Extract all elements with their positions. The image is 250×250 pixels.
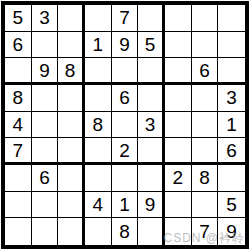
cell-r6c2[interactable]: [32, 138, 59, 165]
cell-r5c9: 1: [218, 112, 245, 139]
cell-r3c1[interactable]: [5, 58, 32, 85]
cell-r4c7[interactable]: [165, 85, 192, 112]
cell-r2c7[interactable]: [165, 32, 192, 59]
cell-r4c2[interactable]: [32, 85, 59, 112]
cell-r9c2[interactable]: [32, 218, 59, 245]
cell-r4c4[interactable]: [85, 85, 112, 112]
cell-r4c1: 8: [5, 85, 32, 112]
cell-r5c6: 3: [138, 112, 165, 139]
cell-r8c4: 4: [85, 192, 112, 219]
cell-r8c1[interactable]: [5, 192, 32, 219]
cell-r7c8: 8: [192, 165, 219, 192]
cell-r2c6: 5: [138, 32, 165, 59]
cell-r9c5: 8: [112, 218, 139, 245]
cell-r1c1: 5: [5, 5, 32, 32]
cell-r1c2: 3: [32, 5, 59, 32]
cell-r2c9[interactable]: [218, 32, 245, 59]
cell-r3c7[interactable]: [165, 58, 192, 85]
cell-r3c6[interactable]: [138, 58, 165, 85]
cell-r5c7[interactable]: [165, 112, 192, 139]
cell-r7c4[interactable]: [85, 165, 112, 192]
cell-r6c5: 2: [112, 138, 139, 165]
cell-r9c4[interactable]: [85, 218, 112, 245]
cell-r6c4[interactable]: [85, 138, 112, 165]
cell-r1c6[interactable]: [138, 5, 165, 32]
cell-r5c3[interactable]: [58, 112, 85, 139]
cell-r9c7[interactable]: [165, 218, 192, 245]
cell-r2c2[interactable]: [32, 32, 59, 59]
cell-r7c1[interactable]: [5, 165, 32, 192]
cell-r7c9[interactable]: [218, 165, 245, 192]
cell-r8c6: 9: [138, 192, 165, 219]
cell-r5c1: 4: [5, 112, 32, 139]
cell-r6c1: 7: [5, 138, 32, 165]
cell-r2c4: 1: [85, 32, 112, 59]
cell-r1c8[interactable]: [192, 5, 219, 32]
cell-r1c9[interactable]: [218, 5, 245, 32]
cell-r2c1: 6: [5, 32, 32, 59]
cell-r1c7[interactable]: [165, 5, 192, 32]
cell-r6c7[interactable]: [165, 138, 192, 165]
cell-r9c9: 9: [218, 218, 245, 245]
cell-r7c3[interactable]: [58, 165, 85, 192]
cell-r8c5: 1: [112, 192, 139, 219]
cell-r4c6[interactable]: [138, 85, 165, 112]
cell-r2c5: 9: [112, 32, 139, 59]
cell-r6c6[interactable]: [138, 138, 165, 165]
cell-r7c5[interactable]: [112, 165, 139, 192]
cell-r3c4[interactable]: [85, 58, 112, 85]
cell-r1c5: 7: [112, 5, 139, 32]
cell-r5c8[interactable]: [192, 112, 219, 139]
cell-r9c3[interactable]: [58, 218, 85, 245]
cell-r3c5[interactable]: [112, 58, 139, 85]
sudoku-board: 537619598686348317266284195879: [1, 1, 249, 249]
cell-r4c9: 3: [218, 85, 245, 112]
cell-r6c8[interactable]: [192, 138, 219, 165]
cell-r2c8[interactable]: [192, 32, 219, 59]
cell-r8c2[interactable]: [32, 192, 59, 219]
cell-r3c2: 9: [32, 58, 59, 85]
cell-r1c3[interactable]: [58, 5, 85, 32]
cell-r4c5: 6: [112, 85, 139, 112]
cell-r8c8[interactable]: [192, 192, 219, 219]
cell-r5c5[interactable]: [112, 112, 139, 139]
cell-r6c3[interactable]: [58, 138, 85, 165]
cell-r7c7: 2: [165, 165, 192, 192]
cell-r7c6[interactable]: [138, 165, 165, 192]
cell-r5c4: 8: [85, 112, 112, 139]
cell-r1c4[interactable]: [85, 5, 112, 32]
cell-r3c8: 6: [192, 58, 219, 85]
cell-r5c2[interactable]: [32, 112, 59, 139]
cell-r8c7[interactable]: [165, 192, 192, 219]
cell-r7c2: 6: [32, 165, 59, 192]
cell-r4c3[interactable]: [58, 85, 85, 112]
cell-r9c8: 7: [192, 218, 219, 245]
cell-r3c9[interactable]: [218, 58, 245, 85]
cell-r9c1[interactable]: [5, 218, 32, 245]
cell-r6c9: 6: [218, 138, 245, 165]
cell-r9c6[interactable]: [138, 218, 165, 245]
cell-r4c8[interactable]: [192, 85, 219, 112]
cell-r3c3: 8: [58, 58, 85, 85]
cell-r8c9: 5: [218, 192, 245, 219]
cell-r8c3[interactable]: [58, 192, 85, 219]
cell-r2c3[interactable]: [58, 32, 85, 59]
